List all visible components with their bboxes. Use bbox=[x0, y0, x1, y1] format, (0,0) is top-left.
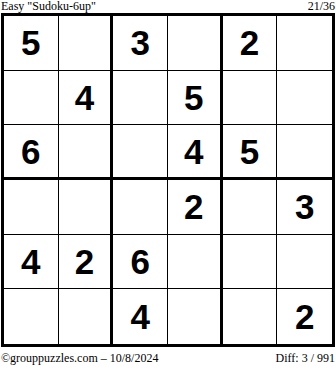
puzzle-title: Easy "Sudoku-6up" bbox=[1, 0, 96, 13]
cell-r4c6[interactable]: 3 bbox=[277, 180, 332, 235]
cell-r6c5[interactable] bbox=[223, 289, 278, 344]
cell-r5c4[interactable] bbox=[168, 235, 223, 290]
cell-r6c4[interactable] bbox=[168, 289, 223, 344]
cell-r4c1[interactable] bbox=[4, 180, 59, 235]
puzzle-number: 21/36 bbox=[308, 0, 335, 13]
cell-r4c5[interactable] bbox=[223, 180, 278, 235]
cell-r6c1[interactable] bbox=[4, 289, 59, 344]
cell-r4c2[interactable] bbox=[59, 180, 114, 235]
cell-r1c3[interactable]: 3 bbox=[113, 16, 168, 71]
cell-r3c6[interactable] bbox=[277, 125, 332, 180]
cell-r2c5[interactable] bbox=[223, 71, 278, 126]
cell-r2c1[interactable] bbox=[4, 71, 59, 126]
cell-r1c1[interactable]: 5 bbox=[4, 16, 59, 71]
cell-r6c6[interactable]: 2 bbox=[277, 289, 332, 344]
cell-r3c4[interactable]: 4 bbox=[168, 125, 223, 180]
cell-r4c4[interactable]: 2 bbox=[168, 180, 223, 235]
cell-r3c5[interactable]: 5 bbox=[223, 125, 278, 180]
cell-r1c2[interactable] bbox=[59, 16, 114, 71]
cell-r5c1[interactable]: 4 bbox=[4, 235, 59, 290]
cell-r6c2[interactable] bbox=[59, 289, 114, 344]
cell-r3c2[interactable] bbox=[59, 125, 114, 180]
cell-r5c6[interactable] bbox=[277, 235, 332, 290]
cell-r1c6[interactable] bbox=[277, 16, 332, 71]
cell-r5c5[interactable] bbox=[223, 235, 278, 290]
cell-r2c4[interactable]: 5 bbox=[168, 71, 223, 126]
cell-r5c2[interactable]: 2 bbox=[59, 235, 114, 290]
difficulty-text: Diff: 3 / 991 bbox=[276, 351, 335, 366]
sudoku-grid: 532456452342642 bbox=[1, 13, 335, 347]
header: Easy "Sudoku-6up" 21/36 bbox=[1, 0, 335, 13]
cell-r4c3[interactable] bbox=[113, 180, 168, 235]
cell-r2c3[interactable] bbox=[113, 71, 168, 126]
cell-r2c2[interactable]: 4 bbox=[59, 71, 114, 126]
cell-r3c3[interactable] bbox=[113, 125, 168, 180]
cell-r5c3[interactable]: 6 bbox=[113, 235, 168, 290]
cell-r1c5[interactable]: 2 bbox=[223, 16, 278, 71]
footer: ©grouppuzzles.com – 10/8/2024 Diff: 3 / … bbox=[1, 351, 335, 366]
cell-r3c1[interactable]: 6 bbox=[4, 125, 59, 180]
copyright-text: ©grouppuzzles.com – 10/8/2024 bbox=[1, 351, 158, 366]
cell-r1c4[interactable] bbox=[168, 16, 223, 71]
cell-r2c6[interactable] bbox=[277, 71, 332, 126]
cell-r6c3[interactable]: 4 bbox=[113, 289, 168, 344]
